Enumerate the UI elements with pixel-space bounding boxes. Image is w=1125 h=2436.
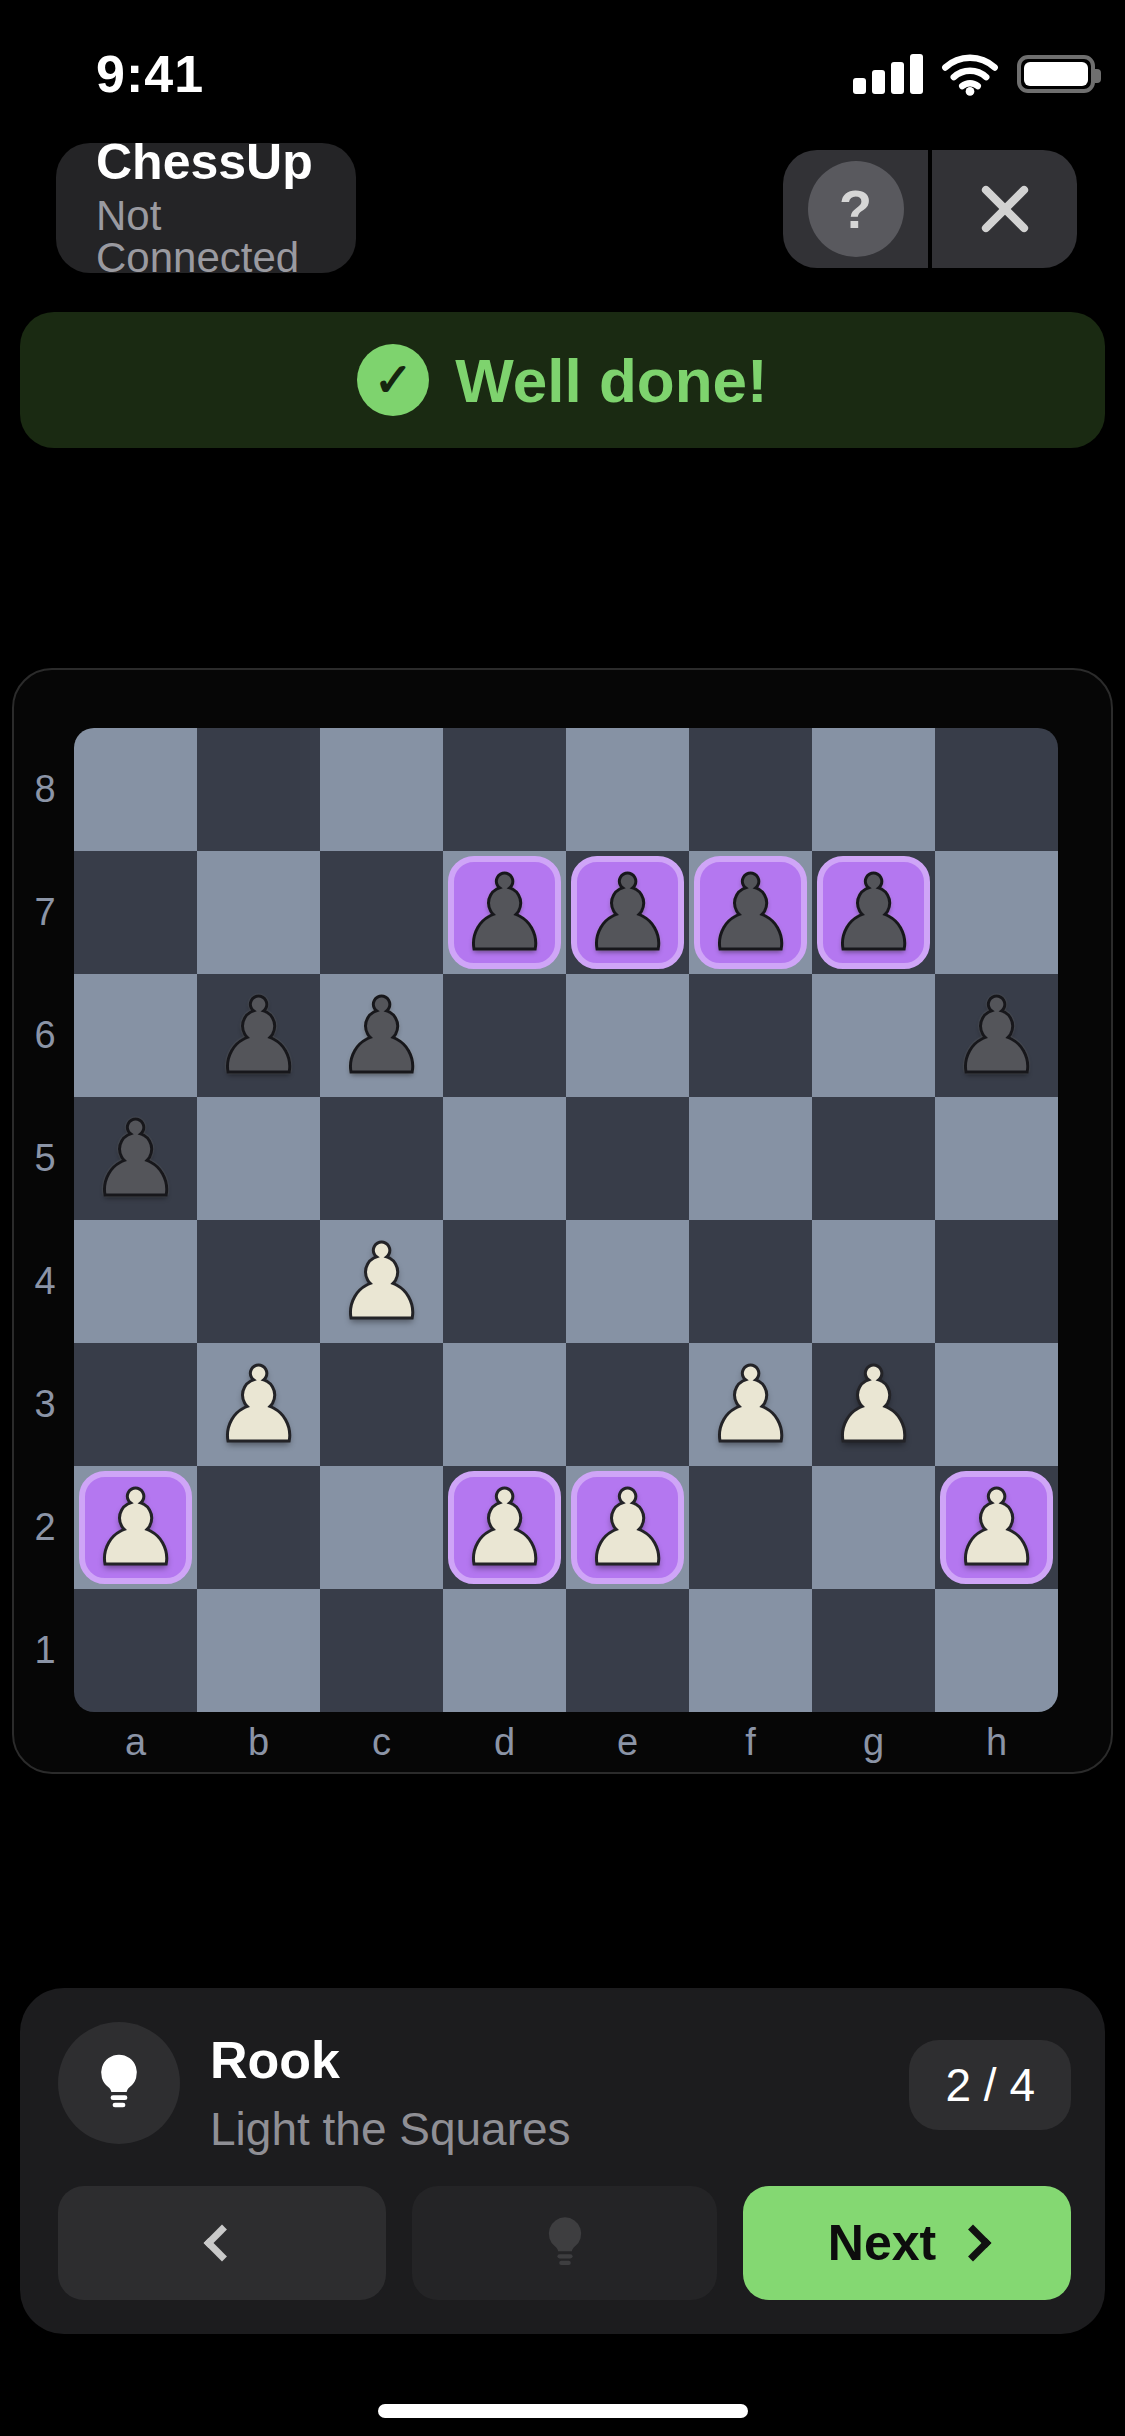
- file-label-f: f: [689, 1714, 812, 1770]
- square-c2[interactable]: [320, 1466, 443, 1589]
- wifi-icon: [941, 52, 999, 96]
- battery-icon: [1017, 55, 1095, 93]
- square-f7[interactable]: ♟: [689, 851, 812, 974]
- banner-message: Well done!: [455, 345, 767, 416]
- file-label-h: h: [935, 1714, 1058, 1770]
- rank-label-3: 3: [22, 1343, 68, 1466]
- black-pawn-d7: ♟: [458, 861, 551, 965]
- square-b2[interactable]: [197, 1466, 320, 1589]
- white-pawn-f3: ♟: [704, 1353, 797, 1457]
- next-button[interactable]: Next: [743, 2186, 1071, 2300]
- square-e7[interactable]: ♟: [566, 851, 689, 974]
- square-c6[interactable]: ♟: [320, 974, 443, 1097]
- file-label-a: a: [74, 1714, 197, 1770]
- square-c1[interactable]: [320, 1589, 443, 1712]
- file-label-g: g: [812, 1714, 935, 1770]
- square-h2[interactable]: ♟: [935, 1466, 1058, 1589]
- square-g4[interactable]: [812, 1220, 935, 1343]
- square-g1[interactable]: [812, 1589, 935, 1712]
- square-b4[interactable]: [197, 1220, 320, 1343]
- lesson-title: Rook: [210, 2030, 340, 2090]
- black-pawn-e7: ♟: [581, 861, 674, 965]
- black-pawn-c6: ♟: [335, 984, 428, 1088]
- square-b5[interactable]: [197, 1097, 320, 1220]
- square-a5[interactable]: ♟: [74, 1097, 197, 1220]
- square-a7[interactable]: [74, 851, 197, 974]
- square-g2[interactable]: [812, 1466, 935, 1589]
- progress-badge: 2 / 4: [909, 2040, 1071, 2130]
- square-e3[interactable]: [566, 1343, 689, 1466]
- black-pawn-b6: ♟: [212, 984, 305, 1088]
- question-mark-icon: ?: [808, 161, 904, 257]
- square-d4[interactable]: [443, 1220, 566, 1343]
- rank-label-5: 5: [22, 1097, 68, 1220]
- white-pawn-c4: ♟: [335, 1230, 428, 1334]
- black-pawn-g7: ♟: [827, 861, 920, 965]
- status-icons: [853, 52, 1095, 96]
- white-pawn-g3: ♟: [827, 1353, 920, 1457]
- square-h3[interactable]: [935, 1343, 1058, 1466]
- black-pawn-f7: ♟: [704, 861, 797, 965]
- file-label-e: e: [566, 1714, 689, 1770]
- square-c7[interactable]: [320, 851, 443, 974]
- square-b1[interactable]: [197, 1589, 320, 1712]
- square-a6[interactable]: [74, 974, 197, 1097]
- white-pawn-h2: ♟: [950, 1476, 1043, 1580]
- white-pawn-a2: ♟: [89, 1476, 182, 1580]
- square-d5[interactable]: [443, 1097, 566, 1220]
- rank-label-2: 2: [22, 1466, 68, 1589]
- hint-button[interactable]: [412, 2186, 717, 2300]
- square-d2[interactable]: ♟: [443, 1466, 566, 1589]
- square-g8[interactable]: [812, 728, 935, 851]
- square-e6[interactable]: [566, 974, 689, 1097]
- lightbulb-icon: [89, 2051, 149, 2115]
- white-pawn-d2: ♟: [458, 1476, 551, 1580]
- success-banner: ✓ Well done!: [20, 312, 1105, 448]
- square-f3[interactable]: ♟: [689, 1343, 812, 1466]
- rank-label-7: 7: [22, 851, 68, 974]
- square-a1[interactable]: [74, 1589, 197, 1712]
- screen: { "game": "chess", "app": "ChessUp train…: [0, 0, 1125, 2436]
- close-button[interactable]: [932, 150, 1077, 268]
- square-g5[interactable]: [812, 1097, 935, 1220]
- square-b3[interactable]: ♟: [197, 1343, 320, 1466]
- square-b6[interactable]: ♟: [197, 974, 320, 1097]
- hint-lightbulb-icon: [538, 2214, 592, 2272]
- square-e4[interactable]: [566, 1220, 689, 1343]
- square-d7[interactable]: ♟: [443, 851, 566, 974]
- chevron-left-icon: [204, 2225, 241, 2262]
- back-button[interactable]: [58, 2186, 386, 2300]
- device-name: ChessUp: [96, 137, 356, 187]
- square-a8[interactable]: [74, 728, 197, 851]
- connection-status: Not Connected: [96, 195, 356, 279]
- square-h6[interactable]: ♟: [935, 974, 1058, 1097]
- square-e8[interactable]: [566, 728, 689, 851]
- square-a4[interactable]: [74, 1220, 197, 1343]
- square-h8[interactable]: [935, 728, 1058, 851]
- square-g7[interactable]: ♟: [812, 851, 935, 974]
- square-c4[interactable]: ♟: [320, 1220, 443, 1343]
- lesson-subtitle: Light the Squares: [210, 2102, 571, 2156]
- status-time: 9:41: [96, 44, 204, 104]
- rank-label-4: 4: [22, 1220, 68, 1343]
- device-status-pill[interactable]: ChessUp Not Connected: [56, 143, 356, 273]
- square-e2[interactable]: ♟: [566, 1466, 689, 1589]
- square-d3[interactable]: [443, 1343, 566, 1466]
- square-f4[interactable]: [689, 1220, 812, 1343]
- square-e1[interactable]: [566, 1589, 689, 1712]
- chevron-right-icon: [955, 2225, 992, 2262]
- square-h5[interactable]: [935, 1097, 1058, 1220]
- square-f5[interactable]: [689, 1097, 812, 1220]
- chess-board: ♟♟♟♟♟♟♟♟♟♟♟♟♟♟♟♟: [74, 728, 1058, 1712]
- black-pawn-a5: ♟: [89, 1107, 182, 1211]
- rank-label-1: 1: [22, 1589, 68, 1712]
- square-a2[interactable]: ♟: [74, 1466, 197, 1589]
- close-icon: [975, 179, 1035, 239]
- file-labels: abcdefgh: [74, 1714, 1058, 1770]
- rank-label-8: 8: [22, 728, 68, 851]
- square-d8[interactable]: [443, 728, 566, 851]
- black-pawn-h6: ♟: [950, 984, 1043, 1088]
- board-card: 87654321 ♟♟♟♟♟♟♟♟♟♟♟♟♟♟♟♟ abcdefgh: [12, 668, 1113, 1774]
- lesson-bulb-badge: [58, 2022, 180, 2144]
- help-button[interactable]: ?: [783, 150, 928, 268]
- square-b7[interactable]: [197, 851, 320, 974]
- white-pawn-b3: ♟: [212, 1353, 305, 1457]
- square-b8[interactable]: [197, 728, 320, 851]
- square-a3[interactable]: [74, 1343, 197, 1466]
- square-c3[interactable]: [320, 1343, 443, 1466]
- square-g3[interactable]: ♟: [812, 1343, 935, 1466]
- lesson-controls: Next: [20, 2186, 1105, 2300]
- square-f6[interactable]: [689, 974, 812, 1097]
- white-pawn-e2: ♟: [581, 1476, 674, 1580]
- square-g6[interactable]: [812, 974, 935, 1097]
- square-e5[interactable]: [566, 1097, 689, 1220]
- square-h7[interactable]: [935, 851, 1058, 974]
- square-h4[interactable]: [935, 1220, 1058, 1343]
- rank-labels: 87654321: [22, 728, 68, 1712]
- file-label-c: c: [320, 1714, 443, 1770]
- file-label-d: d: [443, 1714, 566, 1770]
- square-c5[interactable]: [320, 1097, 443, 1220]
- square-f8[interactable]: [689, 728, 812, 851]
- check-circle-icon: ✓: [357, 344, 429, 416]
- rank-label-6: 6: [22, 974, 68, 1097]
- file-label-b: b: [197, 1714, 320, 1770]
- square-d6[interactable]: [443, 974, 566, 1097]
- lesson-card: Rook Light the Squares 2 / 4 Next: [20, 1988, 1105, 2334]
- square-f1[interactable]: [689, 1589, 812, 1712]
- square-h1[interactable]: [935, 1589, 1058, 1712]
- square-d1[interactable]: [443, 1589, 566, 1712]
- square-c8[interactable]: [320, 728, 443, 851]
- next-button-label: Next: [828, 2214, 936, 2272]
- home-indicator: [378, 2404, 748, 2418]
- cellular-signal-icon: [853, 54, 923, 94]
- header-actions: ?: [783, 150, 1077, 268]
- square-f2[interactable]: [689, 1466, 812, 1589]
